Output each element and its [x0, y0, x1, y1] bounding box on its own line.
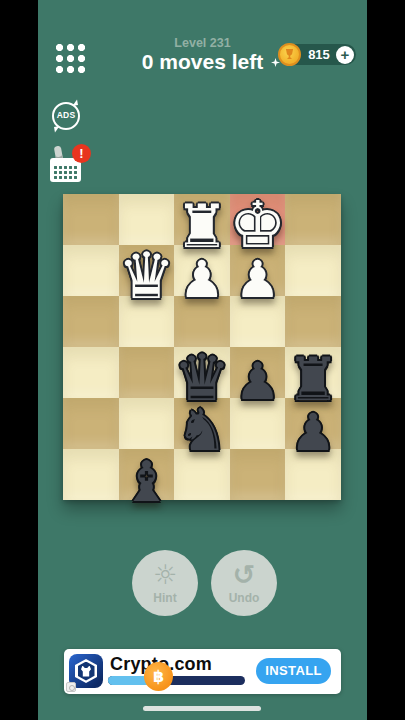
undo-arrow-icon: ↺	[211, 558, 277, 592]
coin-counter[interactable]: 815 +	[283, 44, 356, 65]
daily-calendar-button[interactable]: !	[50, 146, 88, 182]
piece-black-bishop[interactable]: ♝	[121, 454, 171, 510]
piece-black-rook[interactable]: ♜	[286, 349, 340, 409]
piece-white-pawn[interactable]: ♟	[179, 254, 225, 305]
square-r5c1[interactable]: ♝	[119, 449, 175, 500]
square-r4c2[interactable]: ♞	[174, 398, 230, 449]
square-r1c3[interactable]: ♟	[230, 245, 286, 296]
square-r5c0[interactable]	[63, 449, 119, 500]
piece-white-pawn[interactable]: ♟	[235, 254, 281, 305]
square-r3c0[interactable]	[63, 347, 119, 398]
hint-button[interactable]: ☼ Hint	[132, 550, 198, 616]
stage: Level 231 0 moves left 815 + ADS ! ♜♚♛♟♟…	[0, 0, 405, 720]
square-r1c1[interactable]: ♛	[119, 245, 175, 296]
undo-button[interactable]: ↺ Undo	[211, 550, 277, 616]
square-r0c1[interactable]	[119, 194, 175, 245]
install-button[interactable]: INSTALL	[256, 658, 331, 684]
square-r3c1[interactable]	[119, 347, 175, 398]
lion-mark-icon	[81, 666, 91, 677]
lightbulb-icon: ☼	[132, 558, 198, 592]
square-r4c0[interactable]	[63, 398, 119, 449]
piece-black-pawn[interactable]: ♟	[235, 356, 281, 407]
square-r1c4[interactable]	[285, 245, 341, 296]
piece-white-queen[interactable]: ♛	[118, 244, 175, 308]
square-r2c4[interactable]	[285, 296, 341, 347]
square-r1c2[interactable]: ♟	[174, 245, 230, 296]
app-screen: Level 231 0 moves left 815 + ADS ! ♜♚♛♟♟…	[38, 0, 367, 720]
ad-banner[interactable]: Crypto.com ฿ INSTALL	[64, 649, 341, 694]
adchoices-icon[interactable]	[66, 682, 76, 692]
square-r5c3[interactable]	[230, 449, 286, 500]
square-r4c4[interactable]: ♟	[285, 398, 341, 449]
calendar-dots	[53, 165, 78, 179]
bitcoin-icon: ฿	[144, 662, 173, 691]
ad-progress-bar	[108, 676, 245, 685]
trophy-icon	[285, 49, 294, 59]
undo-label: Undo	[211, 591, 277, 605]
add-coins-button[interactable]: +	[336, 46, 354, 64]
piece-white-king[interactable]: ♚	[229, 193, 286, 257]
square-r0c0[interactable]	[63, 194, 119, 245]
square-r1c0[interactable]	[63, 245, 119, 296]
piece-black-knight[interactable]: ♞	[176, 401, 228, 459]
square-r0c4[interactable]	[285, 194, 341, 245]
coin-count: 815	[302, 44, 336, 65]
hint-label: Hint	[132, 591, 198, 605]
square-r4c1[interactable]	[119, 398, 175, 449]
square-r0c2[interactable]: ♜	[174, 194, 230, 245]
ads-button[interactable]: ADS	[52, 102, 80, 130]
gold-coin-icon	[278, 43, 301, 66]
piece-white-rook[interactable]: ♜	[175, 196, 229, 256]
notification-badge: !	[72, 144, 91, 163]
square-r2c0[interactable]	[63, 296, 119, 347]
hexagon-shield-icon	[75, 659, 97, 683]
home-indicator	[143, 706, 261, 711]
square-r3c4[interactable]: ♜	[285, 347, 341, 398]
piece-black-pawn[interactable]: ♟	[290, 407, 336, 458]
square-r3c3[interactable]: ♟	[230, 347, 286, 398]
square-r0c3[interactable]: ♚	[230, 194, 286, 245]
square-r3c2[interactable]: ♛	[174, 347, 230, 398]
board: ♜♚♛♟♟♛♟♜♞♟♝	[63, 194, 341, 500]
